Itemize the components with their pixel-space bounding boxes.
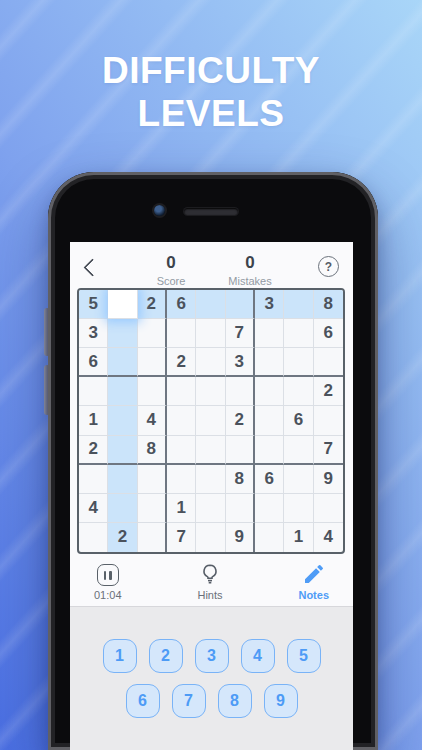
pencil-icon	[302, 562, 326, 586]
numpad-button-4[interactable]: 4	[241, 639, 275, 673]
game-toolbar: 01:04 Hints Notes	[70, 562, 353, 608]
sudoku-cell-r5c8[interactable]: 6	[284, 406, 313, 435]
sudoku-cell-r4c6[interactable]	[226, 377, 255, 406]
sudoku-cell-r7c6[interactable]: 8	[226, 465, 255, 494]
numpad-button-2[interactable]: 2	[149, 639, 183, 673]
sudoku-cell-r9c5[interactable]	[196, 523, 225, 552]
sudoku-cell-r1c8[interactable]	[284, 290, 313, 319]
hints-button[interactable]: Hints	[197, 562, 222, 608]
sudoku-cell-r2c1[interactable]: 3	[79, 319, 108, 348]
sudoku-cell-r7c2[interactable]	[108, 465, 137, 494]
numpad-zone: 12345 6789	[70, 607, 353, 750]
sudoku-cell-r4c7[interactable]	[255, 377, 284, 406]
sudoku-cell-r6c1[interactable]: 2	[79, 436, 108, 465]
sudoku-cell-r3c4[interactable]: 2	[167, 348, 196, 377]
sudoku-cell-r2c5[interactable]	[196, 319, 225, 348]
help-button[interactable]: ?	[318, 256, 339, 277]
sudoku-cell-r5c4[interactable]	[167, 406, 196, 435]
question-mark-icon: ?	[325, 260, 332, 274]
sudoku-cell-r7c8[interactable]	[284, 465, 313, 494]
sudoku-cell-r1c3[interactable]: 2	[138, 290, 167, 319]
numpad-button-1[interactable]: 1	[103, 639, 137, 673]
sudoku-cell-r9c1[interactable]	[79, 523, 108, 552]
phone-mockup: 0 Score 0 Mistakes ? 5263837662321426287…	[48, 172, 378, 750]
sudoku-cell-r5c9[interactable]	[314, 406, 343, 435]
sudoku-cell-r9c7[interactable]	[255, 523, 284, 552]
numpad-row-2: 6789	[70, 684, 353, 718]
page-title: DIFFICULTY LEVELS	[0, 50, 422, 136]
sudoku-cell-r7c3[interactable]	[138, 465, 167, 494]
score-value: 0	[136, 253, 206, 273]
sudoku-cell-r3c5[interactable]	[196, 348, 225, 377]
sudoku-cell-r1c9[interactable]: 8	[314, 290, 343, 319]
numpad-row-1: 12345	[70, 639, 353, 673]
sudoku-cell-r5c5[interactable]	[196, 406, 225, 435]
sudoku-cell-r5c1[interactable]: 1	[79, 406, 108, 435]
sudoku-cell-r4c8[interactable]	[284, 377, 313, 406]
sudoku-cell-r4c5[interactable]	[196, 377, 225, 406]
sudoku-cell-r8c2[interactable]	[108, 494, 137, 523]
sudoku-cell-r9c3[interactable]	[138, 523, 167, 552]
phone-speaker	[184, 208, 238, 215]
sudoku-cell-r5c2[interactable]	[108, 406, 137, 435]
sudoku-cell-r6c5[interactable]	[196, 436, 225, 465]
score-label: Score	[136, 275, 206, 287]
sudoku-cell-r7c4[interactable]	[167, 465, 196, 494]
sudoku-cell-r1c1[interactable]: 5	[79, 290, 108, 319]
sudoku-cell-r2c4[interactable]	[167, 319, 196, 348]
sudoku-cell-r6c9[interactable]: 7	[314, 436, 343, 465]
title-line-2: LEVELS	[0, 93, 422, 136]
sudoku-cell-r2c7[interactable]	[255, 319, 284, 348]
sudoku-cell-r2c6[interactable]: 7	[226, 319, 255, 348]
sudoku-cell-r8c9[interactable]	[314, 494, 343, 523]
hints-label: Hints	[197, 589, 222, 601]
mistakes-label: Mistakes	[215, 275, 285, 287]
sudoku-cell-r4c2[interactable]	[108, 377, 137, 406]
sudoku-cell-r3c6[interactable]: 3	[226, 348, 255, 377]
sudoku-cell-r3c1[interactable]: 6	[79, 348, 108, 377]
pause-icon	[97, 564, 119, 586]
chevron-left-icon	[83, 258, 101, 276]
lightbulb-icon	[198, 562, 222, 586]
sudoku-cell-r6c3[interactable]: 8	[138, 436, 167, 465]
sudoku-cell-r7c5[interactable]	[196, 465, 225, 494]
numpad-button-9[interactable]: 9	[264, 684, 298, 718]
sudoku-cell-r4c1[interactable]	[79, 377, 108, 406]
sudoku-cell-r2c3[interactable]	[138, 319, 167, 348]
sudoku-cell-r6c2[interactable]	[108, 436, 137, 465]
sudoku-cell-r1c2[interactable]	[108, 290, 137, 319]
sudoku-cell-r9c2[interactable]: 2	[108, 523, 137, 552]
sudoku-cell-r9c4[interactable]: 7	[167, 523, 196, 552]
sudoku-cell-r2c2[interactable]	[108, 319, 137, 348]
numpad-button-8[interactable]: 8	[218, 684, 252, 718]
sudoku-cell-r7c9[interactable]: 9	[314, 465, 343, 494]
sudoku-cell-r4c4[interactable]	[167, 377, 196, 406]
mistakes-stat: 0 Mistakes	[215, 253, 285, 287]
sudoku-cell-r1c7[interactable]: 3	[255, 290, 284, 319]
sudoku-cell-r3c8[interactable]	[284, 348, 313, 377]
numpad-button-5[interactable]: 5	[287, 639, 321, 673]
sudoku-cell-r9c9[interactable]: 4	[314, 523, 343, 552]
back-button[interactable]	[78, 254, 110, 282]
sudoku-cell-r8c1[interactable]: 4	[79, 494, 108, 523]
sudoku-cell-r8c3[interactable]	[138, 494, 167, 523]
sudoku-cell-r1c4[interactable]: 6	[167, 290, 196, 319]
sudoku-cell-r8c7[interactable]	[255, 494, 284, 523]
sudoku-cell-r3c2[interactable]	[108, 348, 137, 377]
sudoku-cell-r5c3[interactable]: 4	[138, 406, 167, 435]
sudoku-cell-r4c3[interactable]	[138, 377, 167, 406]
sudoku-cell-r6c8[interactable]	[284, 436, 313, 465]
sudoku-cell-r6c6[interactable]	[226, 436, 255, 465]
sudoku-cell-r6c7[interactable]	[255, 436, 284, 465]
sudoku-cell-r8c4[interactable]: 1	[167, 494, 196, 523]
notes-label: Notes	[298, 589, 329, 601]
sudoku-cell-r7c1[interactable]	[79, 465, 108, 494]
sudoku-cell-r5c6[interactable]: 2	[226, 406, 255, 435]
timer-label: 01:04	[94, 589, 122, 601]
sudoku-cell-r6c4[interactable]	[167, 436, 196, 465]
score-stat: 0 Score	[136, 253, 206, 287]
sudoku-cell-r3c9[interactable]	[314, 348, 343, 377]
numpad-button-3[interactable]: 3	[195, 639, 229, 673]
sudoku-board[interactable]: 52638376623214262878694127914	[77, 288, 345, 554]
sudoku-cell-r5c7[interactable]	[255, 406, 284, 435]
sudoku-cell-r3c3[interactable]	[138, 348, 167, 377]
sudoku-cell-r7c7[interactable]: 6	[255, 465, 284, 494]
sudoku-cell-r4c9[interactable]: 2	[314, 377, 343, 406]
sudoku-cell-r8c6[interactable]	[226, 494, 255, 523]
mistakes-value: 0	[215, 253, 285, 273]
numpad-button-7[interactable]: 7	[172, 684, 206, 718]
sudoku-cell-r9c6[interactable]: 9	[226, 523, 255, 552]
title-line-1: DIFFICULTY	[0, 50, 422, 93]
sudoku-cell-r1c6[interactable]	[226, 290, 255, 319]
sudoku-cell-r1c5[interactable]	[196, 290, 225, 319]
sudoku-cell-r3c7[interactable]	[255, 348, 284, 377]
sudoku-cell-r2c9[interactable]: 6	[314, 319, 343, 348]
sudoku-cell-r2c8[interactable]	[284, 319, 313, 348]
sudoku-cell-r8c5[interactable]	[196, 494, 225, 523]
app-store-screenshot: DIFFICULTY LEVELS 0 Score 0 Mistakes ?	[0, 0, 422, 750]
notes-button[interactable]: Notes	[298, 562, 329, 608]
numpad-button-6[interactable]: 6	[126, 684, 160, 718]
pause-button[interactable]: 01:04	[94, 562, 122, 608]
phone-camera	[154, 205, 165, 216]
app-screen: 0 Score 0 Mistakes ? 5263837662321426287…	[70, 242, 353, 750]
sudoku-cell-r8c8[interactable]	[284, 494, 313, 523]
sudoku-cell-r9c8[interactable]: 1	[284, 523, 313, 552]
